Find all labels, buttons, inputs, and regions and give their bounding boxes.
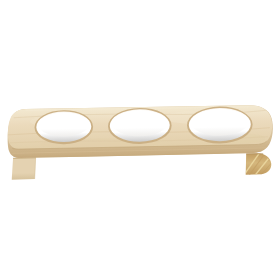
product-photo: Light wooden serving stand with three ro… bbox=[0, 0, 280, 280]
tray-illustration bbox=[0, 0, 280, 280]
right-foot bbox=[243, 153, 273, 176]
left-foot bbox=[11, 157, 36, 179]
tray bbox=[7, 105, 273, 180]
